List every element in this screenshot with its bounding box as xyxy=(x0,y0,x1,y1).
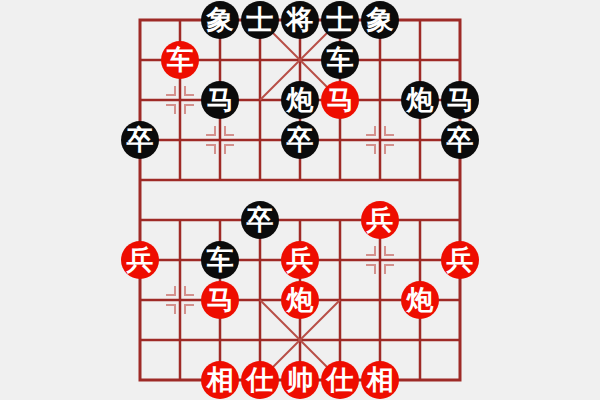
piece-red-horse[interactable]: 马 xyxy=(201,281,239,319)
piece-black-advisor[interactable]: 士 xyxy=(321,1,359,39)
piece-red-cannon[interactable]: 炮 xyxy=(401,281,439,319)
piece-black-chariot[interactable]: 车 xyxy=(201,241,239,279)
piece-red-elephant[interactable]: 相 xyxy=(361,361,399,399)
piece-red-soldier[interactable]: 兵 xyxy=(441,241,479,279)
xiangqi-screenshot: 象士将士象车车马炮马炮马卒卒卒卒兵兵车兵兵马炮炮相仕帅仕相 xyxy=(0,0,600,400)
piece-red-advisor[interactable]: 仕 xyxy=(241,361,279,399)
piece-black-soldier[interactable]: 卒 xyxy=(121,121,159,159)
piece-black-advisor[interactable]: 士 xyxy=(241,1,279,39)
piece-red-advisor[interactable]: 仕 xyxy=(321,361,359,399)
piece-black-soldier[interactable]: 卒 xyxy=(441,121,479,159)
piece-red-soldier[interactable]: 兵 xyxy=(361,201,399,239)
piece-black-horse[interactable]: 马 xyxy=(201,81,239,119)
piece-black-horse[interactable]: 马 xyxy=(441,81,479,119)
xiangqi-board[interactable]: 象士将士象车车马炮马炮马卒卒卒卒兵兵车兵兵马炮炮相仕帅仕相 xyxy=(120,0,480,400)
piece-black-chariot[interactable]: 车 xyxy=(321,41,359,79)
piece-black-cannon[interactable]: 炮 xyxy=(281,81,319,119)
piece-red-soldier[interactable]: 兵 xyxy=(281,241,319,279)
piece-red-soldier[interactable]: 兵 xyxy=(121,241,159,279)
piece-red-horse[interactable]: 马 xyxy=(321,81,359,119)
piece-black-elephant[interactable]: 象 xyxy=(361,1,399,39)
piece-red-cannon[interactable]: 炮 xyxy=(281,281,319,319)
piece-red-chariot[interactable]: 车 xyxy=(161,41,199,79)
piece-black-soldier[interactable]: 卒 xyxy=(281,121,319,159)
piece-black-elephant[interactable]: 象 xyxy=(201,1,239,39)
piece-red-elephant[interactable]: 相 xyxy=(201,361,239,399)
piece-black-general[interactable]: 将 xyxy=(281,1,319,39)
piece-red-general[interactable]: 帅 xyxy=(281,361,319,399)
piece-black-soldier[interactable]: 卒 xyxy=(241,201,279,239)
piece-black-cannon[interactable]: 炮 xyxy=(401,81,439,119)
